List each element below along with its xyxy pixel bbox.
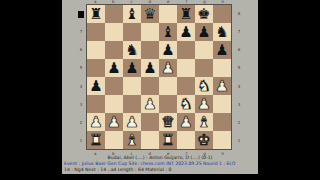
black-p-piece: ♟ xyxy=(89,77,102,95)
square-g1: ♚ xyxy=(195,131,213,149)
white-n-piece: ♞ xyxy=(179,95,192,113)
square-h4: ♟ xyxy=(213,77,231,95)
square-c6: ♞ xyxy=(123,41,141,59)
white-q-piece: ♛ xyxy=(161,113,174,131)
square-a6 xyxy=(87,41,105,59)
square-f1 xyxy=(177,131,195,149)
rank-label-8: 8 xyxy=(236,4,242,22)
square-b8 xyxy=(105,5,123,23)
square-f3: ♞ xyxy=(177,95,195,113)
rank-label-4: 4 xyxy=(236,77,242,95)
white-r-piece: ♜ xyxy=(89,131,102,149)
rank-label-6: 6 xyxy=(78,41,84,59)
square-e7: ♝ xyxy=(159,23,177,41)
square-b3 xyxy=(105,95,123,113)
white-b-piece: ♝ xyxy=(197,113,210,131)
square-h1 xyxy=(213,131,231,149)
square-f6 xyxy=(177,41,195,59)
white-p-piece: ♟ xyxy=(143,95,156,113)
square-d8: ♛ xyxy=(141,5,159,23)
square-h2 xyxy=(213,113,231,131)
square-d6 xyxy=(141,41,159,59)
white-b-piece: ♝ xyxy=(125,131,138,149)
square-d3: ♟ xyxy=(141,95,159,113)
square-g7: ♟ xyxy=(195,23,213,41)
square-c5: ♟ xyxy=(123,59,141,77)
rank-label-5: 5 xyxy=(78,59,84,77)
rank-labels-left: 87654321 xyxy=(78,4,84,150)
square-a2: ♟ xyxy=(87,113,105,131)
square-b6 xyxy=(105,41,123,59)
black-to-move-indicator xyxy=(78,11,84,18)
chessboard: ♜♝♛♜♚♝♟♟♞♞♟♟♟♟♟♟♟♞♟♟♞♟♟♟♟♛♟♝♜♝♜♚ xyxy=(86,4,232,150)
black-n-piece: ♞ xyxy=(125,41,138,59)
square-f2: ♟ xyxy=(177,113,195,131)
square-g5 xyxy=(195,59,213,77)
square-c4 xyxy=(123,77,141,95)
black-p-piece: ♟ xyxy=(197,23,210,41)
black-p-piece: ♟ xyxy=(107,59,120,77)
white-r-piece: ♜ xyxy=(161,131,174,149)
square-b4 xyxy=(105,77,123,95)
square-f4 xyxy=(177,77,195,95)
square-c3 xyxy=(123,95,141,113)
rank-label-3: 3 xyxy=(236,95,242,113)
square-h5 xyxy=(213,59,231,77)
square-b2: ♟ xyxy=(105,113,123,131)
black-r-piece: ♜ xyxy=(89,5,102,23)
rank-label-3: 3 xyxy=(78,95,84,113)
black-r-piece: ♜ xyxy=(179,5,192,23)
square-d5: ♟ xyxy=(141,59,159,77)
white-p-piece: ♟ xyxy=(179,113,192,131)
square-h8 xyxy=(213,5,231,23)
rank-label-2: 2 xyxy=(78,114,84,132)
square-e2: ♛ xyxy=(159,113,177,131)
moves-line: 14 : Ng4 Next : 14 ..a4 Length : 64 Mate… xyxy=(64,167,258,172)
square-b5: ♟ xyxy=(105,59,123,77)
square-d4 xyxy=(141,77,159,95)
black-k-piece: ♚ xyxy=(197,5,210,23)
rank-label-1: 1 xyxy=(236,132,242,150)
rank-label-4: 4 xyxy=(78,77,84,95)
square-a5 xyxy=(87,59,105,77)
black-p-piece: ♟ xyxy=(179,23,192,41)
square-e1: ♜ xyxy=(159,131,177,149)
white-k-piece: ♚ xyxy=(197,131,210,149)
square-f8: ♜ xyxy=(177,5,195,23)
square-d1 xyxy=(141,131,159,149)
square-a3 xyxy=(87,95,105,113)
square-c8: ♝ xyxy=(123,5,141,23)
white-p-piece: ♟ xyxy=(89,113,102,131)
square-c1: ♝ xyxy=(123,131,141,149)
square-g6 xyxy=(195,41,213,59)
rank-label-7: 7 xyxy=(78,22,84,40)
black-p-piece: ♟ xyxy=(125,59,138,77)
white-p-piece: ♟ xyxy=(215,77,228,95)
square-c7 xyxy=(123,23,141,41)
square-g4: ♞ xyxy=(195,77,213,95)
black-p-piece: ♟ xyxy=(161,41,174,59)
square-e8 xyxy=(159,5,177,23)
rank-label-1: 1 xyxy=(78,132,84,150)
square-d2 xyxy=(141,113,159,131)
square-e4 xyxy=(159,77,177,95)
square-h7: ♞ xyxy=(213,23,231,41)
square-e6: ♟ xyxy=(159,41,177,59)
square-a8: ♜ xyxy=(87,5,105,23)
chess-viewer-panel: abcdefgh 87654321 ♜♝♛♜♚♝♟♟♞♞♟♟♟♟♟♟♟♞♟♟♞♟… xyxy=(62,0,258,174)
square-e3 xyxy=(159,95,177,113)
black-n-piece: ♞ xyxy=(215,23,228,41)
white-p-piece: ♟ xyxy=(125,113,138,131)
event-line: Event : Julius Baer Gen Cup Site: chess.… xyxy=(64,161,258,166)
white-p-piece: ♟ xyxy=(197,95,210,113)
square-g3: ♟ xyxy=(195,95,213,113)
rank-label-5: 5 xyxy=(236,59,242,77)
rank-label-2: 2 xyxy=(236,114,242,132)
square-a7 xyxy=(87,23,105,41)
white-n-piece: ♞ xyxy=(197,77,210,95)
square-f7: ♟ xyxy=(177,23,195,41)
square-g2: ♝ xyxy=(195,113,213,131)
square-a4: ♟ xyxy=(87,77,105,95)
square-g8: ♚ xyxy=(195,5,213,23)
black-b-piece: ♝ xyxy=(125,5,138,23)
square-h3 xyxy=(213,95,231,113)
rank-label-6: 6 xyxy=(236,41,242,59)
square-b1 xyxy=(105,131,123,149)
rank-label-7: 7 xyxy=(236,22,242,40)
players-line: Budai, Abel (....) - Anton Guijarro, D (… xyxy=(62,155,258,160)
square-e5: ♟ xyxy=(159,59,177,77)
black-q-piece: ♛ xyxy=(143,5,156,23)
black-p-piece: ♟ xyxy=(215,41,228,59)
square-c2: ♟ xyxy=(123,113,141,131)
white-p-piece: ♟ xyxy=(107,113,120,131)
square-d7 xyxy=(141,23,159,41)
white-p-piece: ♟ xyxy=(161,59,174,77)
rank-labels-right: 87654321 xyxy=(236,4,242,150)
square-f5 xyxy=(177,59,195,77)
game-info: Budai, Abel (....) - Anton Guijarro, D (… xyxy=(62,155,258,172)
square-a1: ♜ xyxy=(87,131,105,149)
video-frame: abcdefgh 87654321 ♜♝♛♜♚♝♟♟♞♞♟♟♟♟♟♟♟♞♟♟♞♟… xyxy=(0,0,320,180)
square-h6: ♟ xyxy=(213,41,231,59)
black-b-piece: ♝ xyxy=(161,23,174,41)
square-b7 xyxy=(105,23,123,41)
black-p-piece: ♟ xyxy=(143,59,156,77)
